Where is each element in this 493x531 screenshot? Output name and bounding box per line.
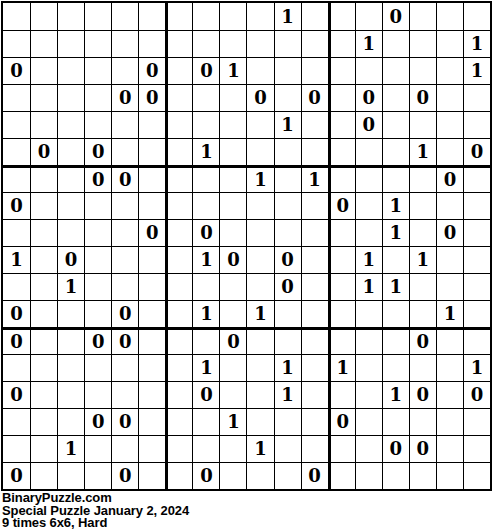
- cell-empty[interactable]: [246, 273, 273, 300]
- cell-empty[interactable]: [165, 192, 192, 219]
- cell-given-0: 0: [192, 381, 219, 408]
- cell-empty[interactable]: [301, 273, 328, 300]
- cell-empty[interactable]: [84, 273, 111, 300]
- cell-empty[interactable]: [138, 3, 165, 30]
- cell-empty[interactable]: [192, 84, 219, 111]
- cell-empty[interactable]: [57, 165, 84, 192]
- cell-empty[interactable]: [57, 84, 84, 111]
- cell-empty[interactable]: [436, 192, 463, 219]
- cell-empty[interactable]: [84, 30, 111, 57]
- cell-empty[interactable]: [57, 327, 84, 354]
- cell-empty[interactable]: [382, 57, 409, 84]
- cell-empty[interactable]: [219, 111, 246, 138]
- cell-empty[interactable]: [111, 192, 138, 219]
- cell-empty[interactable]: [165, 165, 192, 192]
- cell-empty[interactable]: [246, 192, 273, 219]
- cell-empty[interactable]: [219, 3, 246, 30]
- cell-given-0: 0: [138, 219, 165, 246]
- cell-empty[interactable]: [355, 138, 382, 165]
- cell-empty[interactable]: [192, 111, 219, 138]
- cell-empty[interactable]: [301, 30, 328, 57]
- cell-empty[interactable]: [30, 246, 57, 273]
- cell-empty[interactable]: [111, 111, 138, 138]
- cell-empty[interactable]: [463, 273, 490, 300]
- cell-empty[interactable]: [138, 273, 165, 300]
- cell-empty[interactable]: [328, 381, 355, 408]
- cell-empty[interactable]: [409, 30, 436, 57]
- cell-given-0: 0: [436, 219, 463, 246]
- cell-empty[interactable]: [409, 408, 436, 435]
- cell-empty[interactable]: [84, 246, 111, 273]
- cell-empty[interactable]: [84, 84, 111, 111]
- cell-empty[interactable]: [328, 30, 355, 57]
- cell-empty[interactable]: [3, 84, 30, 111]
- cell-empty[interactable]: [219, 435, 246, 462]
- cell-empty[interactable]: [111, 273, 138, 300]
- cell-empty[interactable]: [301, 300, 328, 327]
- cell-empty[interactable]: [301, 408, 328, 435]
- cell-empty[interactable]: [301, 57, 328, 84]
- cell-empty[interactable]: [355, 327, 382, 354]
- cell-empty[interactable]: [382, 138, 409, 165]
- cell-empty[interactable]: [192, 3, 219, 30]
- cell-empty[interactable]: [57, 462, 84, 489]
- cell-empty[interactable]: [3, 138, 30, 165]
- cell-empty[interactable]: [246, 30, 273, 57]
- cell-empty[interactable]: [111, 246, 138, 273]
- cell-given-0: 0: [3, 300, 30, 327]
- cell-empty[interactable]: [328, 219, 355, 246]
- cell-empty[interactable]: [409, 165, 436, 192]
- cell-given-1: 1: [274, 111, 301, 138]
- cell-empty[interactable]: [3, 219, 30, 246]
- cell-empty[interactable]: [274, 462, 301, 489]
- cell-empty[interactable]: [57, 138, 84, 165]
- cell-given-0: 0: [84, 327, 111, 354]
- cell-empty[interactable]: [192, 408, 219, 435]
- cell-empty[interactable]: [111, 435, 138, 462]
- cell-empty[interactable]: [301, 3, 328, 30]
- cell-given-1: 1: [274, 354, 301, 381]
- cell-empty[interactable]: [84, 354, 111, 381]
- cell-given-1: 1: [328, 354, 355, 381]
- cell-empty[interactable]: [436, 246, 463, 273]
- cell-empty[interactable]: [246, 381, 273, 408]
- cell-empty[interactable]: [246, 57, 273, 84]
- cell-empty[interactable]: [328, 327, 355, 354]
- cell-empty[interactable]: [30, 111, 57, 138]
- cell-empty[interactable]: [301, 138, 328, 165]
- cell-empty[interactable]: [436, 381, 463, 408]
- cell-empty[interactable]: [219, 354, 246, 381]
- cell-empty[interactable]: [328, 246, 355, 273]
- cell-empty[interactable]: [30, 381, 57, 408]
- cell-given-1: 1: [246, 165, 273, 192]
- cell-given-0: 0: [409, 381, 436, 408]
- cell-given-1: 1: [382, 273, 409, 300]
- cell-given-1: 1: [192, 354, 219, 381]
- cell-empty[interactable]: [436, 30, 463, 57]
- cell-empty[interactable]: [192, 273, 219, 300]
- cell-empty[interactable]: [3, 408, 30, 435]
- cell-empty[interactable]: [30, 57, 57, 84]
- cell-given-0: 0: [111, 462, 138, 489]
- cell-empty[interactable]: [3, 354, 30, 381]
- cell-empty[interactable]: [30, 273, 57, 300]
- cell-empty[interactable]: [274, 219, 301, 246]
- cell-empty[interactable]: [274, 192, 301, 219]
- cell-empty[interactable]: [165, 138, 192, 165]
- cell-empty[interactable]: [219, 192, 246, 219]
- cell-empty[interactable]: [274, 138, 301, 165]
- cell-empty[interactable]: [301, 219, 328, 246]
- cell-given-0: 0: [301, 462, 328, 489]
- cell-empty[interactable]: [192, 435, 219, 462]
- cell-empty[interactable]: [328, 138, 355, 165]
- cell-empty[interactable]: [436, 57, 463, 84]
- cell-empty[interactable]: [328, 111, 355, 138]
- cell-given-0: 0: [3, 462, 30, 489]
- cell-empty[interactable]: [274, 30, 301, 57]
- cell-empty[interactable]: [463, 327, 490, 354]
- cell-empty[interactable]: [301, 381, 328, 408]
- cell-empty[interactable]: [382, 327, 409, 354]
- cell-empty[interactable]: [219, 381, 246, 408]
- cell-empty[interactable]: [219, 462, 246, 489]
- cell-empty[interactable]: [165, 84, 192, 111]
- cell-given-0: 0: [463, 381, 490, 408]
- cell-empty[interactable]: [57, 381, 84, 408]
- cell-empty[interactable]: [219, 84, 246, 111]
- cell-given-1: 1: [57, 435, 84, 462]
- cell-given-0: 0: [192, 462, 219, 489]
- cell-given-0: 0: [3, 57, 30, 84]
- cell-empty[interactable]: [463, 3, 490, 30]
- cell-empty[interactable]: [436, 354, 463, 381]
- cell-empty[interactable]: [84, 462, 111, 489]
- cell-empty[interactable]: [328, 84, 355, 111]
- cell-empty[interactable]: [301, 111, 328, 138]
- cell-empty[interactable]: [84, 3, 111, 30]
- cell-empty[interactable]: [192, 327, 219, 354]
- cell-empty[interactable]: [328, 300, 355, 327]
- cell-empty[interactable]: [111, 3, 138, 30]
- cell-empty[interactable]: [409, 300, 436, 327]
- cell-given-0: 0: [274, 273, 301, 300]
- cell-empty[interactable]: [165, 30, 192, 57]
- cell-empty[interactable]: [57, 111, 84, 138]
- cell-given-1: 1: [274, 381, 301, 408]
- cell-empty[interactable]: [3, 111, 30, 138]
- cell-given-1: 1: [219, 57, 246, 84]
- cell-empty[interactable]: [436, 327, 463, 354]
- cell-empty[interactable]: [219, 273, 246, 300]
- cell-empty[interactable]: [301, 246, 328, 273]
- cell-empty[interactable]: [165, 381, 192, 408]
- page: 1011000110000001000110001100010010101001…: [0, 0, 493, 531]
- cell-given-0: 0: [463, 138, 490, 165]
- cell-empty[interactable]: [436, 408, 463, 435]
- cell-empty[interactable]: [138, 246, 165, 273]
- cell-empty[interactable]: [3, 165, 30, 192]
- cell-empty[interactable]: [246, 354, 273, 381]
- cell-given-0: 0: [219, 246, 246, 273]
- cell-empty[interactable]: [192, 165, 219, 192]
- cell-given-0: 0: [382, 3, 409, 30]
- cell-empty[interactable]: [355, 192, 382, 219]
- cell-given-0: 0: [328, 192, 355, 219]
- cell-empty[interactable]: [30, 300, 57, 327]
- cell-empty[interactable]: [328, 435, 355, 462]
- cell-empty[interactable]: [463, 435, 490, 462]
- cell-empty[interactable]: [57, 408, 84, 435]
- cell-empty[interactable]: [111, 138, 138, 165]
- cell-empty[interactable]: [165, 273, 192, 300]
- cell-empty[interactable]: [436, 111, 463, 138]
- cell-empty[interactable]: [463, 300, 490, 327]
- cell-given-0: 0: [436, 165, 463, 192]
- cell-empty[interactable]: [111, 381, 138, 408]
- cell-empty[interactable]: [382, 111, 409, 138]
- cell-empty[interactable]: [246, 462, 273, 489]
- cell-given-1: 1: [409, 246, 436, 273]
- cell-empty[interactable]: [138, 462, 165, 489]
- cell-given-0: 0: [274, 246, 301, 273]
- cell-empty[interactable]: [246, 3, 273, 30]
- cell-empty[interactable]: [274, 408, 301, 435]
- cell-empty[interactable]: [355, 300, 382, 327]
- cell-given-0: 0: [409, 435, 436, 462]
- cell-empty[interactable]: [409, 111, 436, 138]
- cell-empty[interactable]: [301, 435, 328, 462]
- cell-given-0: 0: [111, 165, 138, 192]
- cell-empty[interactable]: [246, 246, 273, 273]
- cell-empty[interactable]: [246, 327, 273, 354]
- cell-empty[interactable]: [301, 327, 328, 354]
- cell-empty[interactable]: [355, 408, 382, 435]
- cell-empty[interactable]: [3, 273, 30, 300]
- cell-given-0: 0: [328, 408, 355, 435]
- cell-empty[interactable]: [328, 57, 355, 84]
- cell-empty[interactable]: [165, 327, 192, 354]
- cell-empty[interactable]: [355, 435, 382, 462]
- cell-empty[interactable]: [409, 462, 436, 489]
- cell-given-0: 0: [111, 300, 138, 327]
- cell-given-1: 1: [274, 3, 301, 30]
- cell-empty[interactable]: [138, 354, 165, 381]
- cell-empty[interactable]: [57, 30, 84, 57]
- cell-empty[interactable]: [30, 408, 57, 435]
- cell-empty[interactable]: [355, 165, 382, 192]
- puzzle-board: 1011000110000001000110001100010010101001…: [1, 1, 492, 491]
- cell-empty[interactable]: [436, 435, 463, 462]
- cell-given-1: 1: [219, 408, 246, 435]
- cell-given-1: 1: [463, 30, 490, 57]
- cell-empty[interactable]: [30, 327, 57, 354]
- cell-empty[interactable]: [30, 354, 57, 381]
- cell-empty[interactable]: [463, 165, 490, 192]
- cell-empty[interactable]: [111, 354, 138, 381]
- cell-empty[interactable]: [409, 354, 436, 381]
- cell-empty[interactable]: [382, 246, 409, 273]
- cell-empty[interactable]: [409, 219, 436, 246]
- cell-empty[interactable]: [30, 192, 57, 219]
- cell-empty[interactable]: [57, 354, 84, 381]
- cell-empty[interactable]: [382, 408, 409, 435]
- cell-empty[interactable]: [84, 381, 111, 408]
- cell-empty[interactable]: [409, 273, 436, 300]
- cell-empty[interactable]: [165, 111, 192, 138]
- cell-empty[interactable]: [30, 462, 57, 489]
- cell-empty[interactable]: [138, 435, 165, 462]
- cell-empty[interactable]: [463, 219, 490, 246]
- cell-empty[interactable]: [382, 354, 409, 381]
- cell-given-1: 1: [57, 273, 84, 300]
- cell-empty[interactable]: [274, 327, 301, 354]
- cell-given-1: 1: [355, 273, 382, 300]
- cell-empty[interactable]: [30, 165, 57, 192]
- cell-empty[interactable]: [57, 3, 84, 30]
- cell-empty[interactable]: [192, 30, 219, 57]
- cell-given-0: 0: [84, 408, 111, 435]
- cell-empty[interactable]: [138, 300, 165, 327]
- cell-empty[interactable]: [328, 3, 355, 30]
- cell-empty[interactable]: [138, 111, 165, 138]
- cell-empty[interactable]: [30, 3, 57, 30]
- cell-empty[interactable]: [463, 84, 490, 111]
- cell-empty[interactable]: [219, 219, 246, 246]
- cell-empty[interactable]: [246, 408, 273, 435]
- cell-empty[interactable]: [246, 138, 273, 165]
- cell-empty[interactable]: [382, 165, 409, 192]
- cell-empty[interactable]: [165, 57, 192, 84]
- cell-empty[interactable]: [84, 57, 111, 84]
- cell-empty[interactable]: [463, 462, 490, 489]
- cell-given-0: 0: [3, 327, 30, 354]
- cell-empty[interactable]: [138, 138, 165, 165]
- cell-empty[interactable]: [3, 3, 30, 30]
- cell-empty[interactable]: [274, 57, 301, 84]
- cell-empty[interactable]: [30, 30, 57, 57]
- cell-empty[interactable]: [463, 111, 490, 138]
- cell-empty[interactable]: [409, 192, 436, 219]
- cell-given-0: 0: [192, 219, 219, 246]
- cell-empty[interactable]: [165, 246, 192, 273]
- cell-empty[interactable]: [84, 435, 111, 462]
- cell-empty[interactable]: [274, 300, 301, 327]
- cell-empty[interactable]: [3, 30, 30, 57]
- cell-empty[interactable]: [355, 381, 382, 408]
- cell-given-1: 1: [382, 192, 409, 219]
- cell-empty[interactable]: [30, 84, 57, 111]
- cell-empty[interactable]: [328, 165, 355, 192]
- cell-empty[interactable]: [355, 3, 382, 30]
- cell-empty[interactable]: [301, 192, 328, 219]
- cell-empty[interactable]: [436, 138, 463, 165]
- cell-empty[interactable]: [165, 408, 192, 435]
- cell-given-1: 1: [246, 435, 273, 462]
- cell-empty[interactable]: [409, 3, 436, 30]
- cell-empty[interactable]: [355, 354, 382, 381]
- cell-empty[interactable]: [192, 192, 219, 219]
- cell-empty[interactable]: [165, 354, 192, 381]
- cell-empty[interactable]: [84, 111, 111, 138]
- cell-empty[interactable]: [111, 57, 138, 84]
- cell-empty[interactable]: [165, 3, 192, 30]
- cell-empty[interactable]: [274, 435, 301, 462]
- cell-given-0: 0: [84, 165, 111, 192]
- cell-empty[interactable]: [138, 192, 165, 219]
- cell-empty[interactable]: [30, 435, 57, 462]
- cell-empty[interactable]: [274, 165, 301, 192]
- cell-empty[interactable]: [219, 30, 246, 57]
- cell-given-0: 0: [382, 435, 409, 462]
- cell-empty[interactable]: [219, 165, 246, 192]
- cell-empty[interactable]: [111, 30, 138, 57]
- cell-given-0: 0: [3, 381, 30, 408]
- cell-given-0: 0: [57, 246, 84, 273]
- cell-empty[interactable]: [138, 30, 165, 57]
- cell-given-1: 1: [382, 381, 409, 408]
- cell-empty[interactable]: [436, 273, 463, 300]
- cell-empty[interactable]: [382, 84, 409, 111]
- cell-empty[interactable]: [328, 273, 355, 300]
- cell-empty[interactable]: [219, 300, 246, 327]
- cell-given-1: 1: [192, 300, 219, 327]
- cell-empty[interactable]: [219, 138, 246, 165]
- cell-empty[interactable]: [463, 408, 490, 435]
- cell-empty[interactable]: [3, 435, 30, 462]
- cell-empty[interactable]: [246, 219, 273, 246]
- cell-empty[interactable]: [111, 219, 138, 246]
- cell-empty[interactable]: [57, 300, 84, 327]
- cell-empty[interactable]: [355, 219, 382, 246]
- cell-empty[interactable]: [57, 219, 84, 246]
- cell-empty[interactable]: [57, 57, 84, 84]
- cell-empty[interactable]: [355, 462, 382, 489]
- cell-empty[interactable]: [57, 192, 84, 219]
- cell-empty[interactable]: [165, 462, 192, 489]
- cell-empty[interactable]: [138, 408, 165, 435]
- cell-empty[interactable]: [274, 84, 301, 111]
- cell-given-0: 0: [409, 84, 436, 111]
- cell-empty[interactable]: [382, 462, 409, 489]
- cell-empty[interactable]: [165, 300, 192, 327]
- cell-empty[interactable]: [84, 192, 111, 219]
- cell-empty[interactable]: [165, 219, 192, 246]
- cell-empty[interactable]: [328, 462, 355, 489]
- cell-empty[interactable]: [436, 3, 463, 30]
- cell-empty[interactable]: [138, 165, 165, 192]
- cell-empty[interactable]: [463, 246, 490, 273]
- cell-empty[interactable]: [463, 192, 490, 219]
- cell-empty[interactable]: [409, 57, 436, 84]
- cell-empty[interactable]: [436, 462, 463, 489]
- cell-empty[interactable]: [436, 84, 463, 111]
- cell-empty[interactable]: [301, 354, 328, 381]
- cell-empty[interactable]: [84, 300, 111, 327]
- cell-empty[interactable]: [382, 30, 409, 57]
- cell-empty[interactable]: [138, 327, 165, 354]
- cell-empty[interactable]: [138, 381, 165, 408]
- cell-empty[interactable]: [382, 300, 409, 327]
- cell-given-0: 0: [301, 84, 328, 111]
- cell-empty[interactable]: [355, 57, 382, 84]
- cell-empty[interactable]: [246, 111, 273, 138]
- cell-empty[interactable]: [30, 219, 57, 246]
- cell-empty[interactable]: [84, 219, 111, 246]
- cell-empty[interactable]: [165, 435, 192, 462]
